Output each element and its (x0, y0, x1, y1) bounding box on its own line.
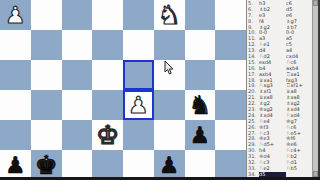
board-square[interactable] (185, 60, 216, 90)
board-square[interactable] (31, 120, 62, 150)
board-square[interactable] (62, 0, 93, 30)
board-square[interactable] (154, 90, 185, 120)
board-square[interactable] (185, 150, 216, 180)
board-square[interactable] (123, 120, 154, 150)
move-list[interactable]: 5.h3c66.♗b2d57.e3e68.f4♗g79.♗g2♗b710.0-0… (248, 1, 313, 177)
board-square[interactable]: ♚ (92, 120, 123, 150)
notation-panel: 5.h3c66.♗b2d57.e3e68.f4♗g79.♗g2♗b710.0-0… (246, 0, 320, 180)
board-square[interactable] (31, 60, 62, 90)
board-square[interactable] (92, 0, 123, 30)
white-pawn-piece[interactable]: ♟ (128, 90, 149, 120)
board-square[interactable] (215, 0, 246, 30)
board-square[interactable] (0, 60, 31, 90)
board-square[interactable] (215, 150, 246, 180)
board-square[interactable]: ♞ (154, 0, 185, 30)
bottom-crop-strip (0, 177, 320, 180)
board-square[interactable] (0, 90, 31, 120)
board-square[interactable] (62, 60, 93, 90)
app-window: ♟♞♟♞♚♟♟♚♟ 5.h3c66.♗b2d57.e3e68.f4♗g79.♗g… (0, 0, 320, 180)
black-move-entry[interactable]: ♘b5 (286, 166, 313, 172)
chess-board[interactable]: ♟♞♟♞♚♟♟♚♟ (0, 0, 246, 180)
black-pawn-piece[interactable]: ♟ (190, 120, 211, 150)
board-square[interactable] (92, 90, 123, 120)
board-square[interactable] (154, 120, 185, 150)
board-square[interactable] (123, 60, 154, 90)
white-knight-piece[interactable]: ♞ (157, 0, 180, 30)
board-square[interactable] (92, 60, 123, 90)
board-square[interactable] (215, 30, 246, 60)
board-square[interactable] (0, 30, 31, 60)
white-king-piece[interactable]: ♚ (96, 120, 119, 150)
board-square[interactable] (123, 150, 154, 180)
board-square[interactable] (215, 120, 246, 150)
black-pawn-piece[interactable]: ♟ (5, 150, 26, 180)
board-square[interactable] (215, 90, 246, 120)
board-square[interactable]: ♟ (154, 150, 185, 180)
black-king-piece[interactable]: ♚ (34, 150, 57, 180)
board-square[interactable]: ♟ (123, 90, 154, 120)
board-square[interactable] (31, 90, 62, 120)
board-square[interactable] (185, 0, 216, 30)
board-square[interactable]: ♟ (185, 120, 216, 150)
board-square[interactable] (123, 0, 154, 30)
board-square[interactable] (31, 0, 62, 30)
board-square[interactable] (62, 120, 93, 150)
board-square[interactable] (62, 30, 93, 60)
black-pawn-piece[interactable]: ♟ (159, 150, 180, 180)
board-square[interactable] (31, 30, 62, 60)
board-square[interactable]: ♟ (0, 0, 31, 30)
mouse-cursor-icon (164, 61, 175, 75)
black-knight-piece[interactable]: ♞ (188, 90, 211, 120)
board-square[interactable]: ♚ (31, 150, 62, 180)
board-square[interactable]: ♞ (185, 90, 216, 120)
board-square[interactable] (92, 150, 123, 180)
board-square[interactable] (185, 30, 216, 60)
board-square[interactable] (62, 150, 93, 180)
board-square[interactable] (92, 30, 123, 60)
board-square[interactable] (154, 30, 185, 60)
board-square[interactable] (0, 120, 31, 150)
board-square[interactable] (123, 30, 154, 60)
board-square[interactable] (62, 90, 93, 120)
board-square[interactable]: ♟ (0, 150, 31, 180)
board-square[interactable] (215, 60, 246, 90)
white-pawn-piece[interactable]: ♟ (5, 0, 26, 30)
